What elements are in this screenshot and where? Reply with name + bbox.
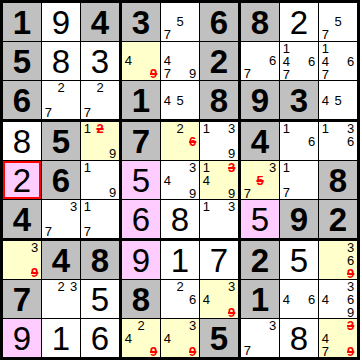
candidates: 349 (200, 280, 238, 318)
given-digit: 9 (241, 81, 279, 119)
candidates: 3479 (319, 319, 357, 357)
solved-digit: 2 (3, 161, 41, 199)
cell-r3c9[interactable]: 45 (319, 81, 357, 122)
given-digit: 8 (122, 280, 160, 318)
cell-r6c4[interactable]: 6 (122, 200, 161, 241)
given-digit: 8 (241, 3, 279, 41)
cell-r8c6[interactable]: 349 (200, 280, 241, 319)
eliminated-candidate-5: 5 (254, 174, 267, 187)
candidate-1: 1 (81, 161, 94, 174)
candidate-7: 7 (161, 28, 174, 41)
candidate-5: 5 (332, 94, 345, 107)
cell-r7c4[interactable]: 9 (122, 241, 161, 280)
candidates: 57 (319, 3, 357, 41)
candidate-4: 4 (161, 174, 174, 187)
cell-r7c3[interactable]: 8 (81, 241, 122, 280)
candidates: 136 (319, 122, 357, 160)
candidate-5: 5 (332, 15, 345, 28)
solved-digit: 8 (3, 122, 41, 160)
candidate-1: 1 (200, 122, 213, 135)
cell-r9c6[interactable]: 5 (200, 319, 241, 357)
candidate-3: 3 (186, 161, 199, 174)
given-digit: 8 (81, 241, 119, 279)
candidate-4: 4 (161, 94, 174, 107)
cell-r2c4[interactable]: 49 (122, 42, 161, 81)
cell-r9c5[interactable]: 349 (161, 319, 200, 357)
given-digit: 3 (280, 81, 318, 119)
cell-r6c7[interactable]: 5 (241, 200, 280, 241)
candidate-6: 6 (344, 55, 357, 68)
cell-r7c9[interactable]: 369 (319, 241, 357, 280)
candidate-2: 2 (135, 319, 148, 332)
candidates: 129 (81, 122, 119, 160)
candidates: 23 (42, 280, 80, 318)
solved-digit: 7 (200, 241, 238, 279)
eliminated-candidate-3: 3 (225, 161, 238, 174)
cell-r3c6[interactable]: 8 (200, 81, 241, 122)
cell-r2c3[interactable]: 3 (81, 42, 122, 81)
given-digit: 5 (3, 42, 41, 80)
candidates: 369 (319, 241, 357, 279)
candidate-6: 6 (305, 135, 318, 148)
cell-r7c6[interactable]: 7 (200, 241, 241, 280)
given-digit: 8 (200, 81, 238, 119)
candidate-4: 4 (122, 332, 135, 345)
candidate-7: 7 (241, 344, 254, 357)
cell-r1c3[interactable]: 4 (81, 3, 122, 42)
candidates: 49 (122, 42, 160, 80)
given-digit: 7 (122, 122, 160, 160)
candidate-7: 7 (241, 187, 254, 200)
cell-r1c5[interactable]: 57 (161, 3, 200, 42)
candidates: 16 (280, 122, 318, 160)
solved-digit: 6 (122, 200, 160, 238)
cell-r5c4[interactable]: 5 (122, 161, 161, 200)
candidate-6: 6 (344, 135, 357, 148)
cell-r1c9[interactable]: 57 (319, 3, 357, 42)
given-digit: 4 (81, 3, 119, 41)
candidates: 45 (319, 81, 357, 119)
cell-r8c3[interactable]: 5 (81, 280, 122, 319)
cell-r5c6[interactable]: 1349 (200, 161, 241, 200)
candidate-3: 3 (225, 280, 238, 293)
cell-r6c5[interactable]: 8 (161, 200, 200, 241)
cell-r7c2[interactable]: 4 (42, 241, 81, 280)
candidate-7: 7 (280, 68, 293, 81)
sudoku-board: 1943576825758349479267146714676272714589… (0, 0, 360, 360)
candidate-6: 6 (305, 293, 318, 306)
candidate-4: 4 (122, 54, 135, 67)
solved-digit: 6 (81, 319, 119, 357)
cell-r4c5[interactable]: 26 (161, 122, 200, 161)
candidate-4: 4 (280, 293, 293, 306)
eliminated-candidate-3: 3 (344, 319, 357, 332)
candidates: 26 (161, 122, 199, 160)
cell-r8c1[interactable]: 7 (3, 280, 42, 319)
cell-r1c2[interactable]: 9 (42, 3, 81, 42)
eliminated-candidate-9: 9 (28, 266, 41, 279)
candidate-3: 3 (28, 241, 41, 254)
solved-digit: 8 (161, 200, 199, 238)
cell-r7c1[interactable]: 39 (3, 241, 42, 280)
candidates: 349 (161, 161, 199, 199)
cell-r3c2[interactable]: 27 (42, 81, 81, 122)
candidate-7: 7 (81, 225, 94, 238)
candidate-3: 3 (225, 122, 238, 135)
cell-r6c6[interactable]: 13 (200, 200, 241, 241)
candidate-9: 9 (186, 67, 199, 80)
candidates: 13 (200, 200, 238, 238)
candidate-1: 1 (81, 122, 94, 135)
candidate-4: 4 (200, 174, 213, 187)
candidates: 357 (241, 161, 279, 199)
given-digit: 2 (200, 42, 238, 80)
candidates: 37 (42, 200, 80, 238)
candidate-5: 5 (174, 15, 187, 28)
solved-digit: 5 (241, 200, 279, 238)
candidate-7: 7 (241, 67, 254, 80)
cell-r5c1[interactable]: 2 (3, 161, 42, 200)
candidate-4: 4 (161, 332, 174, 345)
cell-r5c5[interactable]: 349 (161, 161, 200, 200)
cell-r9c4[interactable]: 249 (122, 319, 161, 357)
candidate-7: 7 (319, 68, 332, 81)
candidate-4: 4 (319, 94, 332, 107)
candidates: 39 (3, 241, 41, 279)
candidates: 349 (161, 319, 199, 357)
cell-r3c3[interactable]: 27 (81, 81, 122, 122)
candidates: 1467 (280, 42, 318, 80)
cell-r7c7[interactable]: 2 (241, 241, 280, 280)
candidates: 479 (161, 42, 199, 80)
cell-r8c4[interactable]: 8 (122, 280, 161, 319)
given-digit: 8 (319, 161, 357, 199)
cell-r9c9[interactable]: 3479 (319, 319, 357, 357)
eliminated-candidate-9: 9 (225, 306, 238, 319)
cell-r4c2[interactable]: 5 (42, 122, 81, 161)
cell-r4c9[interactable]: 136 (319, 122, 357, 161)
candidates: 1467 (319, 42, 357, 80)
cell-r1c7[interactable]: 8 (241, 3, 280, 42)
cell-r9c1[interactable]: 9 (3, 319, 42, 357)
candidates: 37 (241, 319, 279, 357)
candidate-9: 9 (106, 186, 119, 199)
candidate-6: 6 (186, 293, 199, 306)
cell-r1c1[interactable]: 1 (3, 3, 42, 42)
candidates: 249 (122, 319, 160, 357)
candidate-7: 7 (319, 345, 332, 358)
cell-r8c5[interactable]: 26 (161, 280, 200, 319)
solved-digit: 8 (280, 319, 318, 357)
cell-r8c8[interactable]: 46 (280, 280, 319, 319)
eliminated-candidate-9: 9 (147, 67, 160, 80)
given-digit: 5 (42, 122, 80, 160)
cell-r4c4[interactable]: 7 (122, 122, 161, 161)
candidate-9: 9 (225, 147, 238, 160)
cell-r2c6[interactable]: 2 (200, 42, 241, 81)
cell-r4c7[interactable]: 4 (241, 122, 280, 161)
given-digit: 3 (122, 3, 160, 41)
candidates: 67 (241, 42, 279, 80)
eliminated-candidate-9: 9 (344, 345, 357, 358)
solved-digit: 9 (42, 3, 80, 41)
candidates: 27 (81, 81, 119, 119)
candidate-7: 7 (42, 106, 55, 119)
given-digit: 6 (42, 161, 80, 199)
candidate-3: 3 (67, 200, 80, 213)
candidate-2: 2 (174, 280, 187, 293)
eliminated-candidate-9: 9 (186, 345, 199, 358)
solved-digit: 2 (280, 3, 318, 41)
candidate-2: 2 (94, 81, 107, 94)
given-digit: 4 (42, 241, 80, 279)
solved-digit: 5 (280, 241, 318, 279)
given-digit: 6 (200, 3, 238, 41)
cell-r3c7[interactable]: 9 (241, 81, 280, 122)
cell-r5c2[interactable]: 6 (42, 161, 81, 200)
cell-r2c7[interactable]: 67 (241, 42, 280, 81)
candidates: 46 (280, 280, 318, 318)
eliminated-candidate-9: 9 (147, 345, 160, 358)
solved-digit: 3 (81, 42, 119, 80)
given-digit: 4 (241, 122, 279, 160)
cell-r6c1[interactable]: 4 (3, 200, 42, 241)
given-digit: 7 (3, 280, 41, 318)
given-digit: 1 (3, 3, 41, 41)
given-digit: 9 (280, 200, 318, 238)
given-digit: 1 (122, 81, 160, 119)
given-digit: 2 (241, 241, 279, 279)
cell-r2c2[interactable]: 8 (42, 42, 81, 81)
candidate-2: 2 (174, 122, 187, 135)
cell-r2c1[interactable]: 5 (3, 42, 42, 81)
candidate-7: 7 (42, 225, 55, 238)
solved-digit: 1 (161, 241, 199, 279)
cell-r4c8[interactable]: 16 (280, 122, 319, 161)
candidate-5: 5 (174, 94, 187, 107)
cell-r6c3[interactable]: 17 (81, 200, 122, 241)
cell-r8c2[interactable]: 23 (42, 280, 81, 319)
cell-r5c9[interactable]: 8 (319, 161, 357, 200)
cell-r4c6[interactable]: 139 (200, 122, 241, 161)
solved-digit: 9 (3, 319, 41, 357)
cell-r8c9[interactable]: 3469 (319, 280, 357, 319)
eliminated-candidate-6: 6 (186, 135, 199, 148)
candidate-6: 6 (266, 54, 279, 67)
candidate-1: 1 (319, 122, 332, 135)
cell-r4c1[interactable]: 8 (3, 122, 42, 161)
cell-r2c8[interactable]: 1467 (280, 42, 319, 81)
cell-r2c5[interactable]: 479 (161, 42, 200, 81)
solved-digit: 1 (42, 319, 80, 357)
candidate-1: 1 (200, 200, 213, 213)
cell-r7c5[interactable]: 1 (161, 241, 200, 280)
candidate-1: 1 (81, 200, 94, 213)
cell-r9c3[interactable]: 6 (81, 319, 122, 357)
candidates: 27 (42, 81, 80, 119)
candidate-4: 4 (200, 293, 213, 306)
cell-r6c9[interactable]: 2 (319, 200, 357, 241)
candidates: 139 (200, 122, 238, 160)
solved-digit: 5 (122, 161, 160, 199)
cell-r3c5[interactable]: 45 (161, 81, 200, 122)
candidate-1: 1 (280, 122, 293, 135)
candidate-3: 3 (266, 161, 279, 174)
candidate-3: 3 (186, 319, 199, 332)
candidates: 17 (280, 161, 318, 199)
given-digit: 1 (241, 280, 279, 318)
cell-r4c3[interactable]: 129 (81, 122, 122, 161)
given-digit: 2 (319, 200, 357, 238)
cell-r8c7[interactable]: 1 (241, 280, 280, 319)
candidate-9: 9 (186, 187, 199, 200)
candidate-2: 2 (55, 280, 68, 293)
candidate-3: 3 (266, 319, 279, 332)
candidates: 19 (81, 161, 119, 199)
candidates: 3469 (319, 280, 357, 318)
given-digit: 4 (3, 200, 41, 238)
candidate-7: 7 (81, 106, 94, 119)
cell-r3c8[interactable]: 3 (280, 81, 319, 122)
candidate-7: 7 (319, 28, 332, 41)
candidate-4: 4 (319, 293, 332, 306)
candidate-9: 9 (106, 147, 119, 160)
candidate-3: 3 (225, 200, 238, 213)
cell-r6c8[interactable]: 9 (280, 200, 319, 241)
candidate-2: 2 (55, 81, 68, 94)
cell-r7c8[interactable]: 5 (280, 241, 319, 280)
cell-r5c8[interactable]: 17 (280, 161, 319, 200)
cell-r1c6[interactable]: 6 (200, 3, 241, 42)
candidate-7: 7 (161, 67, 174, 80)
solved-digit: 8 (42, 42, 80, 80)
cell-r9c8[interactable]: 8 (280, 319, 319, 357)
cell-r1c4[interactable]: 3 (122, 3, 161, 42)
cell-r9c7[interactable]: 37 (241, 319, 280, 357)
cell-r6c2[interactable]: 37 (42, 200, 81, 241)
cell-r3c4[interactable]: 1 (122, 81, 161, 122)
eliminated-candidate-2: 2 (94, 122, 107, 135)
candidates: 26 (161, 280, 199, 318)
candidates: 17 (81, 200, 119, 238)
candidate-6: 6 (305, 55, 318, 68)
cell-r9c2[interactable]: 1 (42, 319, 81, 357)
cell-r5c7[interactable]: 357 (241, 161, 280, 200)
given-digit: 6 (3, 81, 41, 119)
cell-r5c3[interactable]: 19 (81, 161, 122, 200)
cell-r1c8[interactable]: 2 (280, 3, 319, 42)
candidates: 1349 (200, 161, 238, 199)
candidate-1: 1 (280, 161, 293, 174)
candidate-3: 3 (67, 280, 80, 293)
solved-digit: 5 (81, 280, 119, 318)
cell-r2c9[interactable]: 1467 (319, 42, 357, 81)
given-digit: 5 (200, 319, 238, 357)
solved-digit: 9 (122, 241, 160, 279)
candidates: 45 (161, 81, 199, 119)
candidates: 57 (161, 3, 199, 41)
candidate-7: 7 (280, 186, 293, 199)
cell-r3c1[interactable]: 6 (3, 81, 42, 122)
